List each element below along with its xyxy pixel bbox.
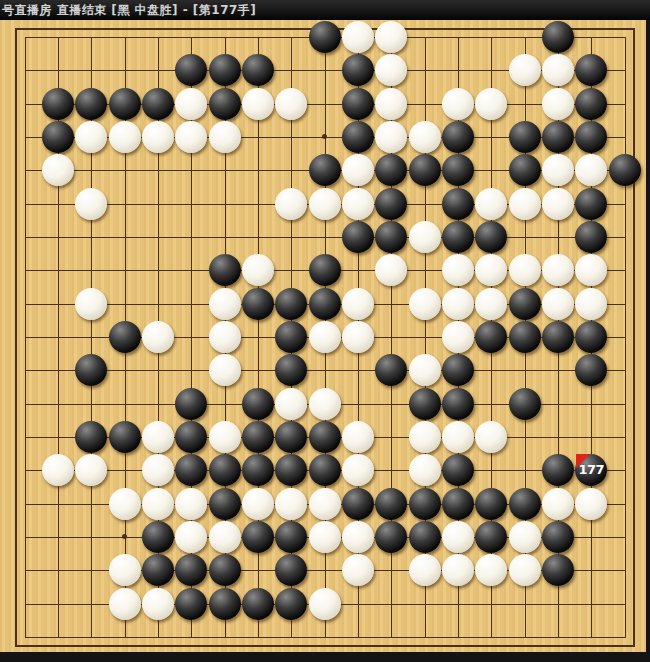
stone-white (209, 521, 241, 553)
stone-black (542, 454, 574, 486)
stone-white (542, 288, 574, 320)
stone-black (309, 454, 341, 486)
stone-white (209, 121, 241, 153)
stone-white (109, 121, 141, 153)
stone-white (442, 521, 474, 553)
stone-black (309, 421, 341, 453)
stone-white (175, 88, 207, 120)
stone-black (242, 288, 274, 320)
stone-black (209, 454, 241, 486)
stone-black (342, 221, 374, 253)
stone-white (309, 388, 341, 420)
stone-white (542, 188, 574, 220)
stone-white (309, 188, 341, 220)
stone-white (442, 288, 474, 320)
stone-white (442, 554, 474, 586)
stone-black (209, 488, 241, 520)
stone-white (242, 488, 274, 520)
stone-white (509, 254, 541, 286)
stone-black (575, 88, 607, 120)
stone-black (109, 321, 141, 353)
stone-black (509, 121, 541, 153)
stone-black (542, 321, 574, 353)
stone-white (509, 521, 541, 553)
stone-white (409, 288, 441, 320)
stone-black (509, 154, 541, 186)
stone-white (509, 54, 541, 86)
stone-black (509, 288, 541, 320)
app-window: 号直播房 直播结束 [黑 中盘胜] - [第177手] 177 (0, 0, 650, 662)
window-title: 号直播房 直播结束 [黑 中盘胜] - [第177手] (2, 2, 256, 19)
stone-black (442, 221, 474, 253)
stone-black (609, 154, 641, 186)
stone-white (409, 454, 441, 486)
grid-line-horizontal (25, 370, 626, 371)
stone-white (442, 321, 474, 353)
stone-white (409, 354, 441, 386)
stone-black (209, 88, 241, 120)
stone-white (542, 88, 574, 120)
stone-white (275, 188, 307, 220)
stone-white (509, 188, 541, 220)
stone-black (409, 521, 441, 553)
stone-black (275, 288, 307, 320)
stone-white (509, 554, 541, 586)
stone-white (109, 554, 141, 586)
grid-line-horizontal (25, 637, 626, 638)
title-bar: 号直播房 直播结束 [黑 中盘胜] - [第177手] (0, 0, 650, 20)
stone-white (409, 221, 441, 253)
stone-black (342, 88, 374, 120)
stone-white (242, 88, 274, 120)
stone-white (209, 288, 241, 320)
stone-black (309, 288, 341, 320)
stone-white (342, 321, 374, 353)
stone-black (409, 388, 441, 420)
stone-black (442, 388, 474, 420)
stone-black (375, 488, 407, 520)
stone-black (142, 521, 174, 553)
stone-black (309, 254, 341, 286)
stone-white (309, 588, 341, 620)
stone-white (309, 321, 341, 353)
stone-black (542, 521, 574, 553)
stone-white (142, 121, 174, 153)
stone-black (442, 188, 474, 220)
stone-white (442, 88, 474, 120)
stone-white (575, 488, 607, 520)
stone-black (175, 388, 207, 420)
stone-white (475, 188, 507, 220)
stone-white (275, 488, 307, 520)
stone-white (375, 88, 407, 120)
stone-black (409, 154, 441, 186)
stone-black (75, 88, 107, 120)
stone-white (209, 321, 241, 353)
stone-white (309, 521, 341, 553)
stone-white (142, 588, 174, 620)
stone-white (175, 488, 207, 520)
stone-white (109, 488, 141, 520)
stone-black (542, 554, 574, 586)
stone-black (175, 588, 207, 620)
stone-black (42, 88, 74, 120)
stone-black (309, 21, 341, 53)
stone-black (142, 88, 174, 120)
stone-black (575, 188, 607, 220)
stone-black (275, 588, 307, 620)
stone-black (542, 121, 574, 153)
stone-white (409, 421, 441, 453)
stone-white (475, 288, 507, 320)
stone-black (42, 121, 74, 153)
stone-black (475, 488, 507, 520)
stone-white (575, 288, 607, 320)
stone-black (509, 321, 541, 353)
stone-black (409, 488, 441, 520)
stone-white (209, 354, 241, 386)
grid-line-horizontal (25, 237, 626, 238)
stone-white (442, 421, 474, 453)
stone-white (342, 521, 374, 553)
stone-black (442, 488, 474, 520)
stone-black (542, 21, 574, 53)
stone-white (75, 188, 107, 220)
stone-black (209, 554, 241, 586)
stone-white (409, 121, 441, 153)
stone-white (409, 554, 441, 586)
stone-white (342, 421, 374, 453)
window-edge (646, 20, 650, 662)
stone-white (342, 288, 374, 320)
stone-black (375, 188, 407, 220)
stone-black (109, 88, 141, 120)
stone-white (342, 188, 374, 220)
stone-white (542, 488, 574, 520)
stone-white (109, 588, 141, 620)
stone-black (209, 588, 241, 620)
stone-black (342, 488, 374, 520)
stone-black (442, 121, 474, 153)
stone-white (309, 488, 341, 520)
stone-black (109, 421, 141, 453)
stone-white (275, 88, 307, 120)
window-bottom-edge (0, 652, 650, 662)
board-area: 177 (0, 20, 646, 652)
stone-white (75, 288, 107, 320)
stone-black (242, 521, 274, 553)
stone-black (242, 421, 274, 453)
stone-black (242, 588, 274, 620)
stone-white (342, 21, 374, 53)
stone-black (509, 488, 541, 520)
stone-white (142, 321, 174, 353)
stone-black (509, 388, 541, 420)
last-move-number: 177 (575, 462, 607, 477)
stone-black (342, 121, 374, 153)
stone-black (242, 388, 274, 420)
stone-black (209, 254, 241, 286)
stone-white (142, 421, 174, 453)
stone-white (275, 388, 307, 420)
stone-white (209, 421, 241, 453)
stone-black (209, 54, 241, 86)
stone-black (309, 154, 341, 186)
stone-white (475, 88, 507, 120)
stone-white (142, 488, 174, 520)
